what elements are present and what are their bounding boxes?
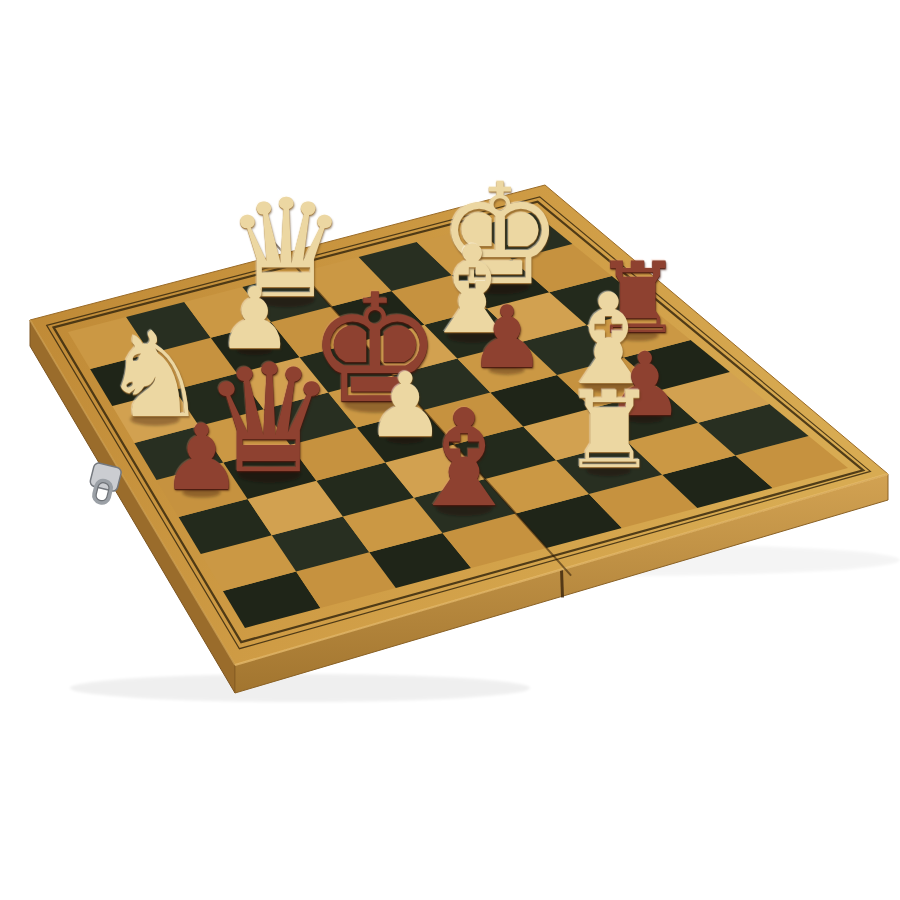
white-rook-f2[interactable]: ♜ — [556, 378, 662, 484]
board-photo: ♚♛♜♝♟♟♝♚♟♞♟♜♛♟♝ — [0, 0, 900, 900]
dark-bishop-d2[interactable]: ♝ — [397, 392, 531, 526]
dark-pawn-a4[interactable]: ♟ — [156, 412, 247, 503]
clasp-latch — [86, 462, 122, 506]
dark-pawn-f5[interactable]: ♟ — [464, 294, 550, 380]
